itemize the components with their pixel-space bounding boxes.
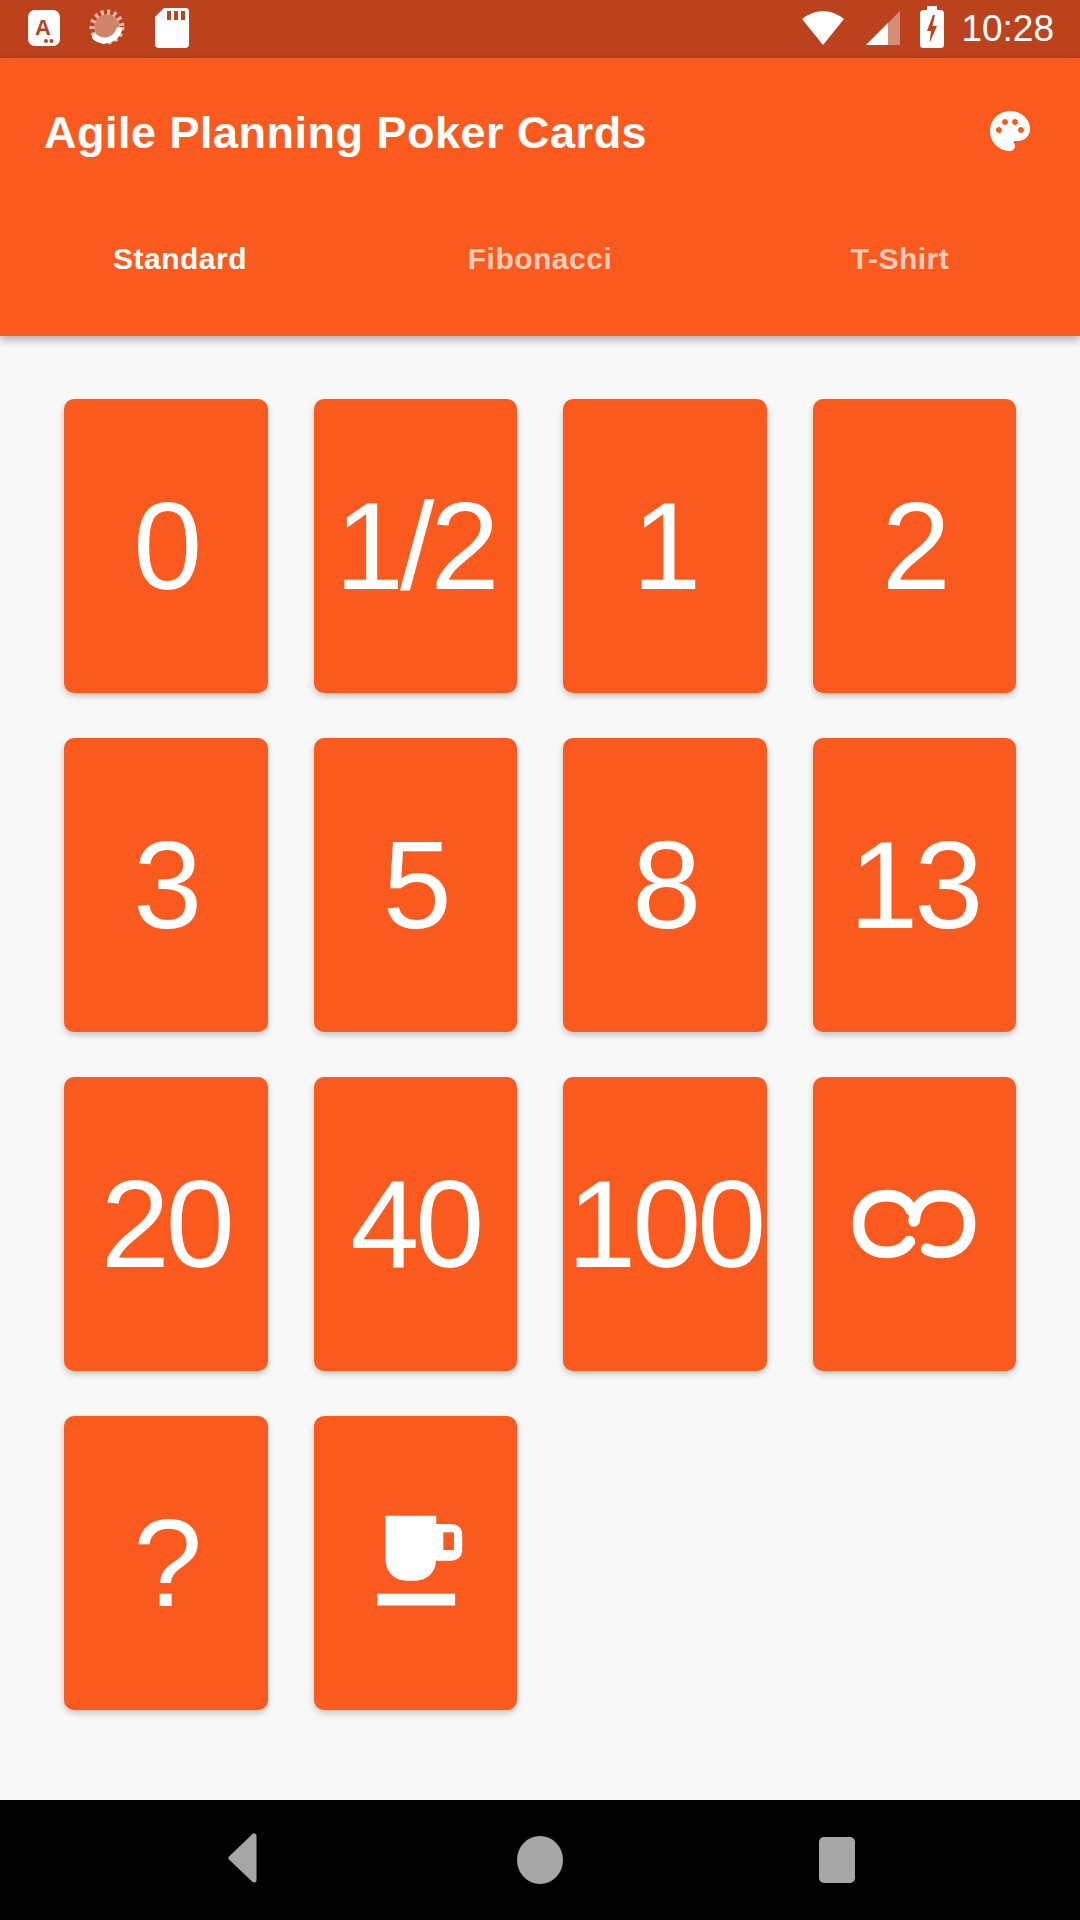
svg-text:A: A — [35, 15, 51, 40]
card-question[interactable]: ? — [64, 1416, 268, 1710]
status-bar: A — [0, 0, 1080, 58]
palette-icon — [986, 107, 1034, 159]
back-button[interactable] — [203, 1820, 283, 1900]
card-deck-area: 0 1/2 1 2 3 5 8 13 20 40 100 ? — [0, 336, 1080, 1800]
card-grid: 0 1/2 1 2 3 5 8 13 20 40 100 ? — [64, 399, 1016, 1710]
card-2[interactable]: 2 — [813, 399, 1017, 693]
card-3[interactable]: 3 — [64, 738, 268, 1032]
tab-bar: Standard Fibonacci T-Shirt — [0, 208, 1080, 336]
infinity-icon — [852, 1187, 976, 1261]
cell-signal-icon — [861, 5, 903, 53]
coffee-cup-icon — [356, 1504, 474, 1622]
home-button[interactable] — [500, 1820, 580, 1900]
card-infinity[interactable] — [813, 1077, 1017, 1371]
card-5[interactable]: 5 — [314, 738, 518, 1032]
card-20[interactable]: 20 — [64, 1077, 268, 1371]
keyboard-a-icon: A — [26, 4, 62, 54]
android-nav-bar — [0, 1800, 1080, 1920]
status-right-icons: 10:28 — [799, 3, 1054, 55]
card-coffee[interactable] — [314, 1416, 518, 1710]
tab-standard[interactable]: Standard — [0, 208, 360, 336]
theme-button[interactable] — [984, 107, 1036, 159]
card-13[interactable]: 13 — [813, 738, 1017, 1032]
recents-button[interactable] — [797, 1820, 877, 1900]
page-title: Agile Planning Poker Cards — [44, 107, 647, 159]
app-header: Agile Planning Poker Cards Standard Fibo… — [0, 58, 1080, 336]
toolbar: Agile Planning Poker Cards — [0, 58, 1080, 208]
card-0[interactable]: 0 — [64, 399, 268, 693]
home-icon — [517, 1836, 563, 1884]
sd-card-icon — [152, 3, 190, 55]
sync-spinner-icon — [86, 4, 128, 54]
card-1[interactable]: 1 — [563, 399, 767, 693]
status-left-icons: A — [26, 3, 190, 55]
card-half[interactable]: 1/2 — [314, 399, 518, 693]
card-40[interactable]: 40 — [314, 1077, 518, 1371]
battery-charging-icon — [917, 3, 947, 55]
tab-tshirt[interactable]: T-Shirt — [720, 208, 1080, 336]
wifi-icon — [799, 5, 847, 53]
tab-fibonacci[interactable]: Fibonacci — [360, 208, 720, 336]
card-8[interactable]: 8 — [563, 738, 767, 1032]
status-time: 10:28 — [961, 8, 1054, 50]
recents-icon — [819, 1837, 855, 1883]
back-icon — [225, 1828, 261, 1892]
card-100[interactable]: 100 — [563, 1077, 767, 1371]
